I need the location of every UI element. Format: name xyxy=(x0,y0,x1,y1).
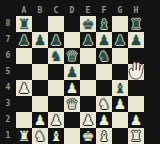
square-a3[interactable] xyxy=(16,96,32,112)
piece-black-knight-f6[interactable]: ♞ xyxy=(98,48,111,64)
square-c5[interactable] xyxy=(48,64,64,80)
square-h3[interactable] xyxy=(128,96,144,112)
piece-white-pawn-h2[interactable]: ♟ xyxy=(130,112,143,128)
square-h7[interactable]: ♟ xyxy=(128,32,144,48)
gameboy-chess-screen: ABCDEFGH 87654321 ♜♚♝♜♟♟♟♟♟♟♟♞♛♞♟♟♟♝♛♞♟♟… xyxy=(0,0,160,144)
file-label-c: C xyxy=(48,6,64,15)
square-f2[interactable]: ♟ xyxy=(96,112,112,128)
piece-white-pawn-g3[interactable]: ♟ xyxy=(114,96,127,112)
square-g2[interactable] xyxy=(112,112,128,128)
square-a6[interactable] xyxy=(16,48,32,64)
piece-white-bishop-f1[interactable]: ♝ xyxy=(98,128,111,144)
square-a2[interactable] xyxy=(16,112,32,128)
square-g8[interactable] xyxy=(112,16,128,32)
square-d1[interactable] xyxy=(64,128,80,144)
square-b2[interactable]: ♟ xyxy=(32,112,48,128)
file-label-d: D xyxy=(64,6,80,15)
piece-black-king-e8[interactable]: ♚ xyxy=(82,16,95,32)
square-d6[interactable]: ♛ xyxy=(64,48,80,64)
square-a1[interactable]: ♜ xyxy=(16,128,32,144)
piece-white-pawn-d4[interactable]: ♟ xyxy=(66,80,79,96)
square-b8[interactable] xyxy=(32,16,48,32)
square-d5[interactable]: ♟ xyxy=(64,64,80,80)
square-h1[interactable]: ♜ xyxy=(128,128,144,144)
square-a7[interactable]: ♟ xyxy=(16,32,32,48)
square-f3[interactable]: ♞ xyxy=(96,96,112,112)
square-c2[interactable]: ♟ xyxy=(48,112,64,128)
piece-white-pawn-f2[interactable]: ♟ xyxy=(98,112,111,128)
piece-black-rook-a8[interactable]: ♜ xyxy=(18,16,31,32)
file-labels: ABCDEFGH xyxy=(16,6,144,15)
square-d7[interactable] xyxy=(64,32,80,48)
piece-black-bishop-f8[interactable]: ♝ xyxy=(98,16,111,32)
file-label-h: H xyxy=(128,6,144,15)
square-d3[interactable]: ♛ xyxy=(64,96,80,112)
square-b7[interactable]: ♟ xyxy=(32,32,48,48)
piece-black-pawn-d5[interactable]: ♟ xyxy=(66,64,79,80)
piece-black-pawn-c7[interactable]: ♟ xyxy=(50,32,63,48)
square-e7[interactable]: ♟ xyxy=(80,32,96,48)
square-c7[interactable]: ♟ xyxy=(48,32,64,48)
piece-white-pawn-a4[interactable]: ♟ xyxy=(18,80,31,96)
square-g1[interactable] xyxy=(112,128,128,144)
rank-label-2: 2 xyxy=(0,112,16,128)
piece-black-pawn-b7[interactable]: ♟ xyxy=(34,32,47,48)
square-d4[interactable]: ♟ xyxy=(64,80,80,96)
square-f6[interactable]: ♞ xyxy=(96,48,112,64)
rank-label-8: 8 xyxy=(0,16,16,32)
square-c3[interactable] xyxy=(48,96,64,112)
square-a8[interactable]: ♜ xyxy=(16,16,32,32)
square-e5[interactable] xyxy=(80,64,96,80)
piece-white-king-e1[interactable]: ♚ xyxy=(82,128,95,144)
hand-cursor-icon[interactable] xyxy=(124,60,148,86)
square-b1[interactable]: ♞ xyxy=(32,128,48,144)
square-e4[interactable] xyxy=(80,80,96,96)
rank-label-1: 1 xyxy=(0,128,16,144)
rank-label-5: 5 xyxy=(0,64,16,80)
piece-white-pawn-c2[interactable]: ♟ xyxy=(50,112,63,128)
piece-white-queen-d3[interactable]: ♛ xyxy=(66,96,79,112)
square-e2[interactable]: ♟ xyxy=(80,112,96,128)
piece-white-bishop-c1[interactable]: ♝ xyxy=(50,128,63,144)
square-e6[interactable] xyxy=(80,48,96,64)
rank-label-3: 3 xyxy=(0,96,16,112)
piece-black-queen-d6[interactable]: ♛ xyxy=(66,48,79,64)
square-c6[interactable]: ♞ xyxy=(48,48,64,64)
rank-label-4: 4 xyxy=(0,80,16,96)
square-g3[interactable]: ♟ xyxy=(112,96,128,112)
piece-white-knight-f3[interactable]: ♞ xyxy=(98,96,111,112)
square-c8[interactable] xyxy=(48,16,64,32)
piece-white-pawn-e2[interactable]: ♟ xyxy=(82,112,95,128)
file-label-e: E xyxy=(80,6,96,15)
square-f4[interactable] xyxy=(96,80,112,96)
piece-white-rook-h1[interactable]: ♜ xyxy=(130,128,143,144)
piece-white-pawn-b2[interactable]: ♟ xyxy=(34,112,47,128)
file-label-g: G xyxy=(112,6,128,15)
rank-label-6: 6 xyxy=(0,48,16,64)
square-d2[interactable] xyxy=(64,112,80,128)
square-c4[interactable] xyxy=(48,80,64,96)
square-f7[interactable]: ♟ xyxy=(96,32,112,48)
square-b3[interactable] xyxy=(32,96,48,112)
piece-white-knight-b1[interactable]: ♞ xyxy=(34,128,47,144)
square-a5[interactable] xyxy=(16,64,32,80)
square-b6[interactable] xyxy=(32,48,48,64)
piece-black-pawn-f7[interactable]: ♟ xyxy=(98,32,111,48)
file-label-f: F xyxy=(96,6,112,15)
square-d8[interactable] xyxy=(64,16,80,32)
square-b5[interactable] xyxy=(32,64,48,80)
square-b4[interactable] xyxy=(32,80,48,96)
file-label-b: B xyxy=(32,6,48,15)
rank-label-7: 7 xyxy=(0,32,16,48)
square-h8[interactable]: ♜ xyxy=(128,16,144,32)
square-f8[interactable]: ♝ xyxy=(96,16,112,32)
square-c1[interactable]: ♝ xyxy=(48,128,64,144)
square-e1[interactable]: ♚ xyxy=(80,128,96,144)
square-h2[interactable]: ♟ xyxy=(128,112,144,128)
piece-black-pawn-h7[interactable]: ♟ xyxy=(130,32,143,48)
square-f1[interactable]: ♝ xyxy=(96,128,112,144)
square-e3[interactable] xyxy=(80,96,96,112)
square-a4[interactable]: ♟ xyxy=(16,80,32,96)
file-label-a: A xyxy=(16,6,32,15)
square-e8[interactable]: ♚ xyxy=(80,16,96,32)
piece-black-pawn-g7[interactable]: ♟ xyxy=(114,32,127,48)
piece-black-pawn-a7[interactable]: ♟ xyxy=(18,32,31,48)
piece-white-rook-a1[interactable]: ♜ xyxy=(18,128,31,144)
square-f5[interactable] xyxy=(96,64,112,80)
piece-black-knight-c6[interactable]: ♞ xyxy=(50,48,63,64)
rank-labels: 87654321 xyxy=(0,16,16,144)
piece-black-rook-h8[interactable]: ♜ xyxy=(130,16,143,32)
square-g7[interactable]: ♟ xyxy=(112,32,128,48)
piece-black-pawn-e7[interactable]: ♟ xyxy=(82,32,95,48)
